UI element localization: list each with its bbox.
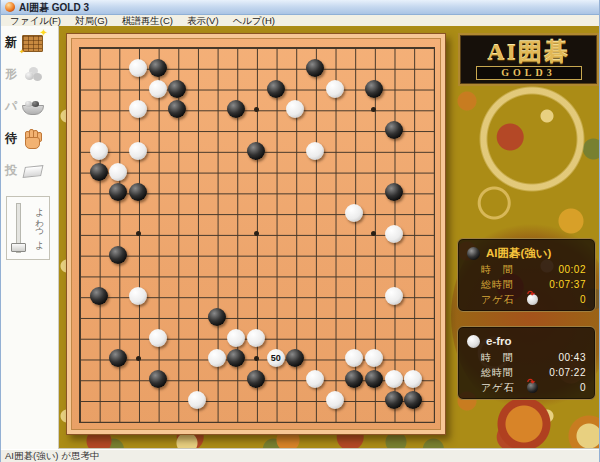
- hoshi-point: [371, 107, 376, 112]
- black-stone: [247, 142, 265, 160]
- black-stone-icon: [467, 247, 480, 260]
- black-stone: [90, 163, 108, 181]
- black-stone: [345, 370, 363, 388]
- white-stone: [90, 142, 108, 160]
- white-stone: [149, 329, 167, 347]
- game-logo: AI囲碁 GOLD3: [458, 33, 599, 86]
- black-stone: [109, 183, 127, 201]
- black-stone: [109, 349, 127, 367]
- white-stone: [404, 370, 422, 388]
- white-stone: [306, 142, 324, 160]
- white-stone: [247, 329, 265, 347]
- captures-value: 0: [580, 294, 586, 305]
- captured-stone-icon: ↷: [527, 294, 538, 305]
- captures-label: アゲ石: [481, 293, 525, 307]
- captures-label: アゲ石: [481, 381, 525, 395]
- black-stone: [168, 100, 186, 118]
- time-value: 00:02: [558, 264, 586, 275]
- white-stone: [385, 370, 403, 388]
- white-stone: [227, 329, 245, 347]
- white-stone: [129, 142, 147, 160]
- black-stone: [227, 349, 245, 367]
- fabric-decoration: [489, 394, 559, 449]
- fabric-background: 50 AI囲碁 GOLD3 AI囲碁(強い) 時 間 00:02 総時間 0:0…: [59, 26, 599, 449]
- white-stone: 50: [267, 349, 285, 367]
- new-game-button[interactable]: 新 ✦ ✦: [1, 26, 58, 58]
- time-label: 時 間: [481, 351, 525, 365]
- hoshi-point: [136, 356, 141, 361]
- logo-subtitle: GOLD3: [476, 66, 582, 80]
- white-stone: [326, 391, 344, 409]
- sparkle-icon: ✦: [19, 48, 25, 55]
- capture-arrow-icon: ↷: [527, 378, 535, 387]
- black-stone: [404, 391, 422, 409]
- black-stone: [365, 80, 383, 98]
- black-stone: [385, 391, 403, 409]
- black-stone: [109, 246, 127, 264]
- strength-slider: よわ・つよ: [6, 196, 50, 260]
- white-stone: [365, 349, 383, 367]
- sparkle-icon: ✦: [40, 28, 48, 38]
- slider-handle[interactable]: [11, 243, 26, 252]
- pass-button[interactable]: パ: [1, 90, 58, 122]
- total-time-value: 0:07:37: [549, 279, 586, 290]
- slider-label: よわ・つよ: [35, 202, 45, 246]
- total-time-value: 0:07:22: [549, 367, 586, 378]
- player-panel-white: e-fro 時 間 00:43 総時間 0:07:22 アゲ石 ↷ 0: [457, 326, 596, 400]
- hand-icon: [22, 129, 46, 149]
- black-stone: [385, 183, 403, 201]
- white-stone: [306, 370, 324, 388]
- black-stone: [129, 183, 147, 201]
- goban-board[interactable]: 50: [66, 33, 446, 435]
- status-bar: AI囲碁(強い) が思考中: [1, 448, 599, 462]
- logo-title: AI囲碁: [487, 40, 570, 64]
- player-name: e-fro: [486, 335, 512, 347]
- black-stone: [149, 59, 167, 77]
- white-stone: [129, 59, 147, 77]
- white-stone: [286, 100, 304, 118]
- side-toolbar: 新 ✦ ✦ 形 パ 待: [1, 26, 59, 449]
- black-stone: [385, 121, 403, 139]
- hoshi-point: [136, 231, 141, 236]
- resign-button[interactable]: 投: [1, 154, 58, 186]
- hoshi-point: [254, 231, 259, 236]
- white-stone: [208, 349, 226, 367]
- black-stone: [168, 80, 186, 98]
- last-move-number: 50: [271, 349, 281, 367]
- white-stone: [385, 225, 403, 243]
- captured-stone-icon: ↷: [527, 382, 538, 393]
- undo-button[interactable]: 待: [1, 122, 58, 154]
- white-stone: [188, 391, 206, 409]
- window-title: AI囲碁 GOLD 3: [19, 1, 89, 14]
- status-text: AI囲碁(強い) が思考中: [5, 450, 99, 462]
- white-stone-icon: [467, 335, 480, 348]
- evaluate-button[interactable]: 形: [1, 58, 58, 90]
- time-value: 00:43: [558, 352, 586, 363]
- hoshi-point: [254, 356, 259, 361]
- white-stone: [345, 349, 363, 367]
- captures-value: 0: [580, 382, 586, 393]
- stone-bowl-icon: [22, 96, 46, 116]
- black-stone: [267, 80, 285, 98]
- time-label: 時 間: [481, 263, 525, 277]
- black-stone: [208, 308, 226, 326]
- black-stone: [90, 287, 108, 305]
- white-stone: [345, 204, 363, 222]
- capture-arrow-icon: ↷: [527, 290, 535, 299]
- white-stone: [129, 287, 147, 305]
- white-stone: [326, 80, 344, 98]
- white-stone: [129, 100, 147, 118]
- white-stone: [109, 163, 127, 181]
- white-stone: [149, 80, 167, 98]
- black-stone: [365, 370, 383, 388]
- title-bar: AI囲碁 GOLD 3: [1, 0, 599, 15]
- black-stone: [227, 100, 245, 118]
- folded-paper-icon: [22, 160, 46, 180]
- total-time-label: 総時間: [481, 278, 525, 292]
- black-stone: [149, 370, 167, 388]
- fabric-decoration: [559, 411, 599, 449]
- black-stone: [247, 370, 265, 388]
- stones-pile-icon: [22, 64, 46, 84]
- player-panel-black: AI囲碁(強い) 時 間 00:02 総時間 0:07:37 アゲ石 ↷ 0: [457, 238, 596, 312]
- fabric-decoration: [467, 74, 597, 204]
- black-stone: [306, 59, 324, 77]
- app-icon: [5, 2, 15, 12]
- white-stone: [385, 287, 403, 305]
- hoshi-point: [254, 107, 259, 112]
- hoshi-point: [371, 231, 376, 236]
- goban-new-icon: ✦ ✦: [22, 32, 46, 52]
- app-window: AI囲碁 GOLD 3 ファイル(F) 対局(G) 棋譜再生(C) 表示(V) …: [0, 0, 600, 462]
- total-time-label: 総時間: [481, 366, 525, 380]
- goban-stones-layer[interactable]: 50: [69, 37, 443, 432]
- player-name: AI囲碁(強い): [486, 246, 551, 261]
- black-stone: [286, 349, 304, 367]
